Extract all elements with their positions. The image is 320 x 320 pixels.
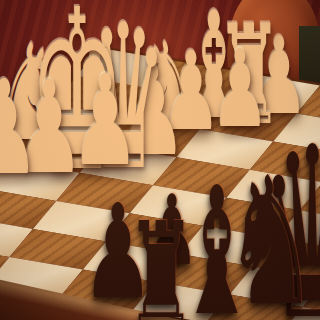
black-rook-piece[interactable]: ♜ [125, 203, 196, 320]
pieces-layer: ♞♟♝♜♟♟♞♟♛♚♟♟♟♟♟♛♞♝♜ [0, 0, 320, 320]
white-pawn-a-piece[interactable]: ♟ [0, 63, 40, 193]
chess-photo-stage: ♞♟♝♜♟♟♞♟♛♚♟♟♟♟♟♛♞♝♜ [0, 0, 320, 320]
